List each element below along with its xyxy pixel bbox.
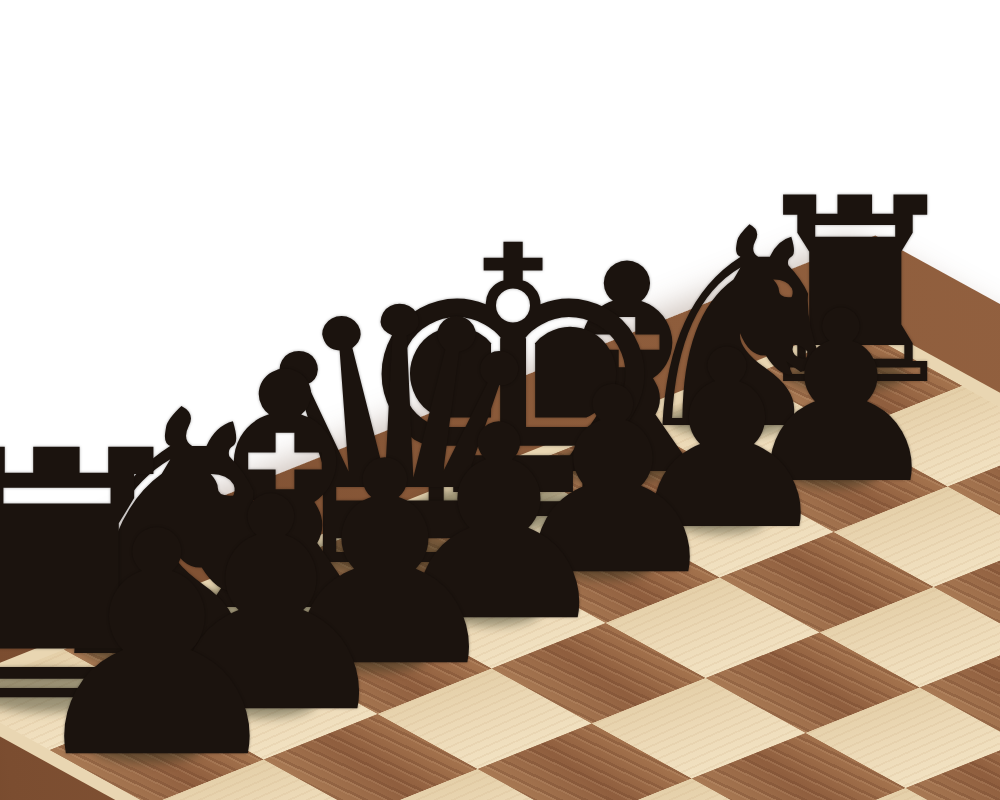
piece-black-pawn-a7: ♟ (18, 492, 296, 800)
chess-product-photo: ♜♞♝♛♚♝♞♜♟♟♟♟♟♟♟ (0, 0, 1000, 800)
